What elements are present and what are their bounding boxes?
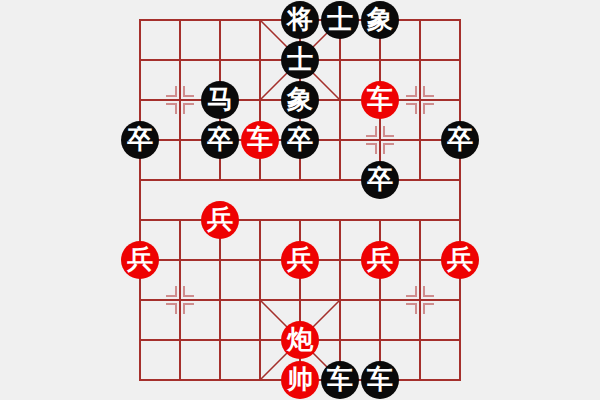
red-chariot-glyph: 车 [361,81,399,119]
black-elephant-glyph: 象 [281,81,319,119]
red-pawn-glyph: 兵 [361,241,399,279]
piece-red-pawn[interactable]: 兵 [200,200,240,240]
piece-red-pawn[interactable]: 兵 [440,240,480,280]
black-pawn-glyph: 卒 [441,121,479,159]
piece-red-cannon[interactable]: 炮 [280,320,320,360]
black-pawn-glyph: 卒 [121,121,159,159]
black-pawn-glyph: 卒 [201,121,239,159]
piece-black-pawn[interactable]: 卒 [280,120,320,160]
piece-black-pawn[interactable]: 卒 [200,120,240,160]
piece-black-pawn[interactable]: 卒 [360,160,400,200]
black-chariot-glyph: 车 [321,361,359,399]
piece-red-pawn[interactable]: 兵 [360,240,400,280]
red-pawn-glyph: 兵 [441,241,479,279]
piece-black-general[interactable]: 将 [280,0,320,40]
red-cannon-glyph: 炮 [281,321,319,359]
piece-black-elephant[interactable]: 象 [280,80,320,120]
pieces-layer: 将士象士马象车卒卒车卒卒卒兵兵兵兵兵炮帅车车 [120,0,480,400]
black-pawn-glyph: 卒 [361,161,399,199]
piece-red-pawn[interactable]: 兵 [280,240,320,280]
piece-black-chariot[interactable]: 车 [320,360,360,400]
piece-black-elephant[interactable]: 象 [360,0,400,40]
piece-red-chariot[interactable]: 车 [360,80,400,120]
piece-black-horse[interactable]: 马 [200,80,240,120]
piece-black-advisor[interactable]: 士 [280,40,320,80]
red-general-glyph: 帅 [281,361,319,399]
piece-red-pawn[interactable]: 兵 [120,240,160,280]
piece-black-pawn[interactable]: 卒 [440,120,480,160]
xiangqi-board: 将士象士马象车卒卒车卒卒卒兵兵兵兵兵炮帅车车 [0,0,600,400]
black-chariot-glyph: 车 [361,361,399,399]
black-general-glyph: 将 [281,1,319,39]
red-pawn-glyph: 兵 [281,241,319,279]
black-advisor-glyph: 士 [281,41,319,79]
black-elephant-glyph: 象 [361,1,399,39]
red-pawn-glyph: 兵 [121,241,159,279]
black-horse-glyph: 马 [201,81,239,119]
red-pawn-glyph: 兵 [201,201,239,239]
piece-black-pawn[interactable]: 卒 [120,120,160,160]
piece-red-chariot[interactable]: 车 [240,120,280,160]
piece-black-advisor[interactable]: 士 [320,0,360,40]
black-pawn-glyph: 卒 [281,121,319,159]
piece-black-chariot[interactable]: 车 [360,360,400,400]
red-chariot-glyph: 车 [241,121,279,159]
black-advisor-glyph: 士 [321,1,359,39]
piece-red-general[interactable]: 帅 [280,360,320,400]
